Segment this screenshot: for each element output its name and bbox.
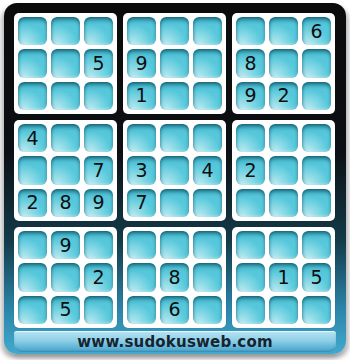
cell-r6c8[interactable] (269, 189, 298, 217)
cell-r2c9[interactable] (302, 49, 331, 77)
cell-r3c4[interactable]: 1 (127, 82, 156, 110)
cell-r2c8[interactable] (269, 49, 298, 77)
cell-r3c2[interactable] (51, 82, 80, 110)
cell-r8c3[interactable]: 2 (84, 263, 113, 291)
cell-r4c2[interactable] (51, 124, 80, 152)
cell-r4c6[interactable] (193, 124, 222, 152)
cell-r5c9[interactable] (302, 156, 331, 184)
cell-r1c5[interactable] (160, 17, 189, 45)
cell-r2c6[interactable] (193, 49, 222, 77)
cell-r1c7[interactable] (236, 17, 265, 45)
cell-r7c5[interactable] (160, 231, 189, 259)
cell-r4c8[interactable] (269, 124, 298, 152)
cell-r6c1[interactable]: 2 (18, 189, 47, 217)
cell-r4c7[interactable] (236, 124, 265, 152)
cell-r3c5[interactable] (160, 82, 189, 110)
cell-r1c2[interactable] (51, 17, 80, 45)
cell-r4c9[interactable] (302, 124, 331, 152)
cell-r5c3[interactable]: 7 (84, 156, 113, 184)
cell-r1c9[interactable]: 6 (302, 17, 331, 45)
cell-r8c2[interactable] (51, 263, 80, 291)
cell-r6c3[interactable]: 9 (84, 189, 113, 217)
cell-r2c3[interactable]: 5 (84, 49, 113, 77)
cell-r5c8[interactable] (269, 156, 298, 184)
cell-r3c8[interactable]: 2 (269, 82, 298, 110)
sudoku-box-3: 6892 (232, 13, 335, 114)
cell-r3c3[interactable] (84, 82, 113, 110)
cell-r4c1[interactable]: 4 (18, 124, 47, 152)
cell-r6c6[interactable] (193, 189, 222, 217)
cell-r9c4[interactable] (127, 296, 156, 324)
cell-r6c4[interactable]: 7 (127, 189, 156, 217)
cell-r5c6[interactable]: 4 (193, 156, 222, 184)
cell-r4c5[interactable] (160, 124, 189, 152)
cell-r7c9[interactable] (302, 231, 331, 259)
cell-r2c4[interactable]: 9 (127, 49, 156, 77)
cell-r3c1[interactable] (18, 82, 47, 110)
cell-r1c8[interactable] (269, 17, 298, 45)
cell-r2c7[interactable]: 8 (236, 49, 265, 77)
cell-r6c5[interactable] (160, 189, 189, 217)
cell-r7c8[interactable] (269, 231, 298, 259)
cell-r6c7[interactable] (236, 189, 265, 217)
page: 59168924728934729258615 www.sudokusweb.c… (0, 0, 350, 360)
footer-bar: www.sudokusweb.com (14, 331, 336, 352)
cell-r8c6[interactable] (193, 263, 222, 291)
cell-r9c3[interactable] (84, 296, 113, 324)
cell-r8c8[interactable]: 1 (269, 263, 298, 291)
cell-r9c5[interactable]: 6 (160, 296, 189, 324)
cell-r1c6[interactable] (193, 17, 222, 45)
cell-r8c9[interactable]: 5 (302, 263, 331, 291)
cell-r1c3[interactable] (84, 17, 113, 45)
cell-r8c7[interactable] (236, 263, 265, 291)
sudoku-box-2: 91 (123, 13, 226, 114)
cell-r9c6[interactable] (193, 296, 222, 324)
cell-r7c1[interactable] (18, 231, 47, 259)
sudoku-box-9: 15 (232, 227, 335, 328)
cell-r7c6[interactable] (193, 231, 222, 259)
cell-r2c2[interactable] (51, 49, 80, 77)
cell-r9c1[interactable] (18, 296, 47, 324)
cell-r1c1[interactable] (18, 17, 47, 45)
cell-r2c1[interactable] (18, 49, 47, 77)
sudoku-box-4: 47289 (14, 120, 117, 221)
cell-r5c2[interactable] (51, 156, 80, 184)
cell-r9c8[interactable] (269, 296, 298, 324)
sudoku-box-8: 86 (123, 227, 226, 328)
sudoku-box-5: 347 (123, 120, 226, 221)
cell-r4c4[interactable] (127, 124, 156, 152)
cell-r8c5[interactable]: 8 (160, 263, 189, 291)
cell-r6c2[interactable]: 8 (51, 189, 80, 217)
cell-r4c3[interactable] (84, 124, 113, 152)
cell-r9c7[interactable] (236, 296, 265, 324)
cell-r8c4[interactable] (127, 263, 156, 291)
cell-r9c2[interactable]: 5 (51, 296, 80, 324)
sudoku-box-7: 925 (14, 227, 117, 328)
sudoku-board: 59168924728934729258615 www.sudokusweb.c… (4, 3, 346, 354)
sudoku-box-1: 5 (14, 13, 117, 114)
cell-r7c3[interactable] (84, 231, 113, 259)
cell-r1c4[interactable] (127, 17, 156, 45)
sudoku-grid: 59168924728934729258615 (14, 13, 335, 328)
cell-r7c7[interactable] (236, 231, 265, 259)
cell-r7c4[interactable] (127, 231, 156, 259)
cell-r5c7[interactable]: 2 (236, 156, 265, 184)
cell-r2c5[interactable] (160, 49, 189, 77)
cell-r7c2[interactable]: 9 (51, 231, 80, 259)
cell-r3c6[interactable] (193, 82, 222, 110)
cell-r5c1[interactable] (18, 156, 47, 184)
site-link[interactable]: www.sudokusweb.com (77, 333, 272, 351)
cell-r5c5[interactable] (160, 156, 189, 184)
cell-r8c1[interactable] (18, 263, 47, 291)
cell-r6c9[interactable] (302, 189, 331, 217)
cell-r9c9[interactable] (302, 296, 331, 324)
cell-r3c9[interactable] (302, 82, 331, 110)
cell-r5c4[interactable]: 3 (127, 156, 156, 184)
cell-r3c7[interactable]: 9 (236, 82, 265, 110)
sudoku-box-6: 2 (232, 120, 335, 221)
